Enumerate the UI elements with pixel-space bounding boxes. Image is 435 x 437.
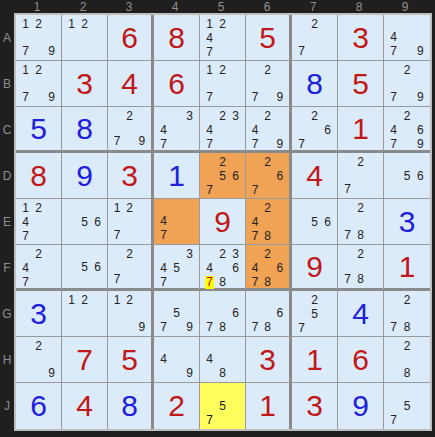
cell-H1[interactable]: 29 [16,337,62,383]
given-digit-A4: 8 [154,15,199,60]
candidate-2[interactable]: 2 [35,17,42,31]
candidate-3[interactable]: 3 [186,247,193,261]
candidate-8[interactable]: 8 [357,228,364,242]
candidate-4[interactable]: 4 [252,261,259,275]
candidate-9[interactable]: 9 [138,320,145,334]
candidates-A2: 12 [62,15,107,60]
cell-C4[interactable]: 347 [154,107,200,153]
candidates-A5: 1247 [200,15,245,60]
candidate-6[interactable]: 6 [417,123,424,137]
cell-H4[interactable]: 49 [154,337,200,383]
candidate-8[interactable]: 8 [264,229,271,243]
candidate-1[interactable]: 1 [68,17,75,31]
cell-E1[interactable]: 1247 [16,199,62,245]
candidate-6[interactable]: 6 [232,306,239,320]
candidates-A7: 27 [292,15,337,60]
candidates-C7: 267 [292,107,337,150]
candidate-4[interactable]: 4 [206,261,213,275]
candidate-5[interactable]: 5 [173,306,180,320]
cell-E2[interactable]: 56 [62,199,108,245]
cell-G2[interactable]: 12 [62,291,108,337]
candidate-3[interactable]: 3 [186,109,193,123]
candidate-2[interactable]: 2 [126,201,133,215]
candidate-9[interactable]: 9 [138,134,145,148]
candidate-1[interactable]: 1 [206,63,213,77]
candidates-C5: 2347 [200,107,245,150]
cell-J8[interactable]: 9 [338,383,384,429]
candidate-7[interactable]: 7 [22,229,29,243]
cell-C8[interactable]: 1 [338,107,384,153]
candidate-2[interactable]: 2 [219,63,226,77]
given-digit-H2: 7 [62,337,107,382]
candidate-7[interactable]: 7 [114,228,121,242]
cell-C5[interactable]: 2347 [200,107,246,153]
candidate-8[interactable]: 8 [404,320,411,334]
candidate-4[interactable]: 4 [206,352,213,366]
candidate-7[interactable]: 7 [22,44,29,58]
candidate-7[interactable]: 7 [160,228,167,242]
cell-H3[interactable]: 5 [108,337,154,383]
candidate-2[interactable]: 2 [35,247,42,261]
cell-D6[interactable]: 267 [246,153,292,199]
candidate-6[interactable]: 6 [417,169,424,183]
candidate-4[interactable]: 4 [390,30,397,44]
candidate-4[interactable]: 4 [252,215,259,229]
candidate-6[interactable]: 6 [94,215,101,229]
solved-digit-J1: 6 [16,383,61,429]
candidate-9[interactable]: 9 [417,90,424,104]
candidates-A9: 479 [384,15,430,60]
cell-E6[interactable]: 2478 [246,199,292,245]
candidate-9[interactable]: 9 [417,44,424,58]
candidate-4[interactable]: 4 [206,31,213,45]
candidate-9[interactable]: 9 [276,90,283,104]
cell-E3[interactable]: 127 [108,199,154,245]
candidate-7[interactable]: 7 [390,137,397,151]
cell-J5[interactable]: 57 [200,383,246,429]
candidates-H4: 49 [154,337,199,382]
candidate-7[interactable]: 7 [298,321,305,335]
given-digit-B4: 6 [154,61,199,106]
candidate-7[interactable]: 7 [390,44,397,58]
candidate-7[interactable]: 7 [252,229,259,243]
cell-F9[interactable]: 1 [384,245,430,291]
corner-spacer [0,0,14,13]
candidate-7[interactable]: 7 [206,45,213,59]
solved-digit-G8: 4 [338,291,383,336]
candidate-2[interactable]: 2 [264,109,271,123]
candidate-5[interactable]: 5 [404,399,411,413]
cell-E5[interactable]: 9 [200,199,246,245]
candidate-2[interactable]: 2 [81,293,88,307]
cell-B7[interactable]: 8 [292,61,338,107]
candidate-5[interactable]: 5 [219,169,226,183]
cell-G6[interactable]: 678 [246,291,292,337]
candidates-F2: 56 [62,245,107,288]
candidate-9[interactable]: 9 [48,90,55,104]
cell-G1[interactable]: 3 [16,291,62,337]
candidate-7[interactable]: 7 [252,90,259,104]
candidate-7[interactable]: 7 [344,182,351,196]
candidate-2[interactable]: 2 [126,293,133,307]
candidate-6[interactable]: 6 [276,306,283,320]
cell-B6[interactable]: 279 [246,61,292,107]
cell-J9[interactable]: 57 [384,383,430,429]
candidate-2[interactable]: 2 [219,247,226,261]
cell-J6[interactable]: 1 [246,383,292,429]
cell-B2[interactable]: 3 [62,61,108,107]
cell-A5[interactable]: 1247 [200,15,246,61]
cell-F8[interactable]: 278 [338,245,384,291]
column-label-1: 1 [14,1,60,13]
cell-D4[interactable]: 1 [154,153,200,199]
row-labels: ABCDEFGHJ [0,13,14,431]
candidates-G5: 678 [200,291,245,336]
candidates-H1: 29 [16,337,61,382]
cell-G4[interactable]: 579 [154,291,200,337]
cell-F6[interactable]: 24678 [246,245,292,291]
candidate-2[interactable]: 2 [404,293,411,307]
sudoku-board: 1279126812475273479127934612727985279582… [14,13,432,431]
candidate-4[interactable]: 4 [160,261,167,275]
candidate-7[interactable]: 7 [114,272,121,286]
candidate-6[interactable]: 6 [276,261,283,275]
candidate-2[interactable]: 2 [357,155,364,169]
candidates-J9: 57 [384,383,430,429]
candidate-6[interactable]: 6 [324,215,331,229]
candidates-E7: 56 [292,199,337,244]
candidate-7[interactable]: 7 [252,320,259,334]
cell-G5[interactable]: 678 [200,291,246,337]
candidate-2[interactable]: 2 [311,109,318,123]
candidate-2[interactable]: 2 [404,339,411,353]
cell-B4[interactable]: 6 [154,61,200,107]
row-label-F: F [0,245,14,291]
cell-G8[interactable]: 4 [338,291,384,337]
column-label-3: 3 [106,1,152,13]
given-digit-H3: 5 [108,337,151,382]
candidates-G7: 257 [292,291,337,336]
candidate-5[interactable]: 5 [81,260,88,274]
candidate-6[interactable]: 6 [324,123,331,137]
candidate-5[interactable]: 5 [81,215,88,229]
given-digit-B2: 3 [62,61,107,106]
candidate-7[interactable]: 7 [114,134,121,148]
column-label-2: 2 [60,1,106,13]
candidate-6[interactable]: 6 [232,261,239,275]
candidate-7[interactable]: 7 [298,137,305,151]
candidate-7[interactable]: 7 [206,320,213,334]
cell-A6[interactable]: 5 [246,15,292,61]
cell-G3[interactable]: 129 [108,291,154,337]
cell-D1[interactable]: 8 [16,153,62,199]
cell-A9[interactable]: 479 [384,15,430,61]
candidate-4[interactable]: 4 [160,123,167,137]
candidates-F3: 27 [108,245,151,288]
candidate-4[interactable]: 4 [206,123,213,137]
candidates-F8: 278 [338,245,383,288]
candidate-8[interactable]: 8 [219,275,226,289]
candidate-5[interactable]: 5 [404,169,411,183]
row-label-E: E [0,199,14,245]
candidate-7[interactable]: 7 [206,137,213,151]
cell-J3[interactable]: 8 [108,383,154,429]
candidate-7[interactable]: 7 [160,137,167,151]
candidates-F4: 3457 [154,245,199,288]
given-digit-F9: 1 [384,245,430,288]
cell-F1[interactable]: 247 [16,245,62,291]
cell-J7[interactable]: 3 [292,383,338,429]
candidate-3[interactable]: 3 [232,247,239,261]
given-digit-D1: 8 [16,153,61,198]
cell-A8[interactable]: 3 [338,15,384,61]
candidates-B9: 279 [384,61,430,106]
column-label-9: 9 [382,1,428,13]
candidates-G9: 278 [384,291,430,336]
cell-J2[interactable]: 4 [62,383,108,429]
candidate-2[interactable]: 2 [357,201,364,215]
given-digit-H8: 6 [338,337,383,382]
row-label-J: J [0,383,14,429]
column-label-8: 8 [336,1,382,13]
row-label-D: D [0,153,14,199]
candidate-7[interactable]: 7 [252,183,259,197]
candidate-7[interactable]: 7 [22,275,29,289]
candidate-6[interactable]: 6 [232,169,239,183]
candidate-1[interactable]: 1 [114,293,121,307]
candidate-5[interactable]: 5 [311,215,318,229]
cell-J4[interactable]: 2 [154,383,200,429]
cell-C9[interactable]: 24679 [384,107,430,153]
candidate-2[interactable]: 2 [126,247,133,261]
candidates-C6: 2479 [246,107,289,150]
cell-A3[interactable]: 6 [108,15,154,61]
candidates-E6: 2478 [246,199,289,244]
cell-F4[interactable]: 3457 [154,245,200,291]
candidates-D5: 2567 [200,153,245,198]
given-digit-C8: 1 [338,107,383,150]
cell-A2[interactable]: 12 [62,15,108,61]
given-digit-H7: 1 [292,337,337,382]
candidate-5[interactable]: 5 [173,261,180,275]
candidate-9[interactable]: 9 [417,137,424,151]
candidate-7[interactable]: 7 [252,137,259,151]
given-digit-B3: 4 [108,61,151,106]
candidates-C4: 347 [154,107,199,150]
candidate-7[interactable]: 7 [160,275,167,289]
candidate-7[interactable]: 7 [390,90,397,104]
candidate-7[interactable]: 7 [344,272,351,286]
candidate-6[interactable]: 6 [94,260,101,274]
candidates-A1: 1279 [16,15,61,60]
candidate-9[interactable]: 9 [48,366,55,380]
candidates-E3: 127 [108,199,151,244]
candidate-2[interactable]: 2 [264,201,271,215]
cell-D7[interactable]: 4 [292,153,338,199]
candidate-5[interactable]: 5 [311,307,318,321]
cell-F5[interactable]: 234678 [200,245,246,291]
cell-B8[interactable]: 5 [338,61,384,107]
candidate-4[interactable]: 4 [22,215,29,229]
column-label-4: 4 [152,1,198,13]
candidates-G4: 579 [154,291,199,336]
candidate-2[interactable]: 2 [264,155,271,169]
candidate-8[interactable]: 8 [264,320,271,334]
candidate-8[interactable]: 8 [219,366,226,380]
candidate-2[interactable]: 2 [311,17,318,31]
cell-C6[interactable]: 2479 [246,107,292,153]
cell-F2[interactable]: 56 [62,245,108,291]
candidates-B1: 1279 [16,61,61,106]
candidate-7[interactable]: 7 [160,320,167,334]
candidate-7-highlighted[interactable]: 7 [205,276,214,289]
row-label-H: H [0,337,14,383]
row-label-A: A [0,15,14,61]
candidates-C9: 24679 [384,107,430,150]
column-label-6: 6 [244,1,290,13]
candidate-7[interactable]: 7 [206,183,213,197]
cell-H7[interactable]: 1 [292,337,338,383]
candidate-2[interactable]: 2 [219,17,226,31]
candidate-6[interactable]: 6 [276,169,283,183]
cell-F7[interactable]: 9 [292,245,338,291]
candidate-8[interactable]: 8 [404,366,411,380]
candidate-2[interactable]: 2 [126,109,133,123]
candidate-2[interactable]: 2 [404,63,411,77]
cell-D8[interactable]: 27 [338,153,384,199]
candidate-7[interactable]: 7 [390,413,397,427]
candidate-2[interactable]: 2 [264,63,271,77]
candidate-4[interactable]: 4 [390,123,397,137]
cell-C1[interactable]: 5 [16,107,62,153]
candidate-5[interactable]: 5 [219,399,226,413]
cell-E7[interactable]: 56 [292,199,338,245]
given-digit-D7: 4 [292,153,337,198]
candidate-2[interactable]: 2 [311,293,318,307]
solved-digit-B7: 8 [292,61,337,106]
cell-D3[interactable]: 3 [108,153,154,199]
candidates-F1: 247 [16,245,61,288]
cell-F3[interactable]: 27 [108,245,154,291]
candidate-4[interactable]: 4 [160,214,167,228]
cell-H9[interactable]: 28 [384,337,430,383]
candidates-D6: 267 [246,153,289,198]
solved-digit-D2: 9 [62,153,107,198]
candidate-1[interactable]: 1 [114,201,121,215]
cell-A1[interactable]: 1279 [16,15,62,61]
candidate-2[interactable]: 2 [219,155,226,169]
cell-C3[interactable]: 279 [108,107,154,153]
sudoku-app: 123456789 ABCDEFGHJ 12791268124752734791… [0,0,435,431]
cell-C7[interactable]: 267 [292,107,338,153]
candidate-1[interactable]: 1 [68,293,75,307]
cell-B5[interactable]: 127 [200,61,246,107]
candidate-4[interactable]: 4 [252,123,259,137]
cell-D5[interactable]: 2567 [200,153,246,199]
candidate-2[interactable]: 2 [357,247,364,261]
given-digit-A6: 5 [246,15,289,60]
candidate-8[interactable]: 8 [357,272,364,286]
cell-A7[interactable]: 27 [292,15,338,61]
given-digit-A8: 3 [338,15,383,60]
candidate-4[interactable]: 4 [160,352,167,366]
solved-digit-J8: 9 [338,383,383,429]
candidate-7[interactable]: 7 [252,275,259,289]
cell-H2[interactable]: 7 [62,337,108,383]
candidate-1[interactable]: 1 [206,17,213,31]
candidate-2[interactable]: 2 [81,17,88,31]
candidate-2[interactable]: 2 [35,339,42,353]
candidate-2[interactable]: 2 [404,109,411,123]
cell-C2[interactable]: 8 [62,107,108,153]
candidates-B6: 279 [246,61,289,106]
cell-B9[interactable]: 279 [384,61,430,107]
candidate-7[interactable]: 7 [390,320,397,334]
cell-E4[interactable]: 47 [154,199,200,245]
candidate-2[interactable]: 2 [35,201,42,215]
solved-digit-D4: 1 [154,153,199,198]
candidate-9[interactable]: 9 [186,366,193,380]
candidate-3[interactable]: 3 [232,109,239,123]
candidate-7[interactable]: 7 [206,413,213,427]
candidate-8[interactable]: 8 [264,275,271,289]
candidate-9[interactable]: 9 [276,137,283,151]
cell-G9[interactable]: 278 [384,291,430,337]
candidate-2[interactable]: 2 [35,63,42,77]
cell-B1[interactable]: 1279 [16,61,62,107]
cell-J1[interactable]: 6 [16,383,62,429]
cell-H5[interactable]: 48 [200,337,246,383]
given-digit-J6: 1 [246,383,289,429]
given-digit-B8: 5 [338,61,383,106]
candidate-7[interactable]: 7 [298,44,305,58]
candidate-7[interactable]: 7 [22,90,29,104]
given-digit-H6: 3 [246,337,289,382]
candidates-D9: 56 [384,153,430,198]
given-digit-A3: 6 [108,15,151,60]
candidates-G2: 12 [62,291,107,336]
cell-B3[interactable]: 4 [108,61,154,107]
candidate-2[interactable]: 2 [264,247,271,261]
cell-G7[interactable]: 257 [292,291,338,337]
cell-D2[interactable]: 9 [62,153,108,199]
candidate-7[interactable]: 7 [206,90,213,104]
cell-D9[interactable]: 56 [384,153,430,199]
cell-A4[interactable]: 8 [154,15,200,61]
cell-E8[interactable]: 278 [338,199,384,245]
solved-digit-J3: 8 [108,383,151,429]
candidate-9[interactable]: 9 [186,320,193,334]
cell-E9[interactable]: 3 [384,199,430,245]
cell-H6[interactable]: 3 [246,337,292,383]
candidate-1[interactable]: 1 [22,63,29,77]
candidate-7[interactable]: 7 [344,228,351,242]
candidate-9[interactable]: 9 [48,44,55,58]
candidates-F5: 234678 [200,245,245,288]
given-digit-J4: 2 [154,383,199,429]
candidate-1[interactable]: 1 [22,17,29,31]
candidates-G6: 678 [246,291,289,336]
candidates-E1: 1247 [16,199,61,244]
candidates-B5: 127 [200,61,245,106]
column-label-7: 7 [290,1,336,13]
candidate-4[interactable]: 4 [22,261,29,275]
given-digit-F7: 9 [292,245,337,288]
candidate-2[interactable]: 2 [219,109,226,123]
candidate-1[interactable]: 1 [22,201,29,215]
candidate-8[interactable]: 8 [219,320,226,334]
cell-H8[interactable]: 6 [338,337,384,383]
